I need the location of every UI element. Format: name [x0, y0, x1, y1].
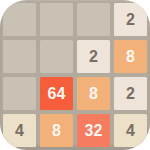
empty-cell-r1c1	[3, 3, 36, 36]
tile-32-r4c3: 32	[77, 114, 110, 147]
tile-2-r2c3: 2	[77, 40, 110, 73]
tile-4-r4c1: 4	[3, 114, 36, 147]
tile-8-r4c2: 8	[40, 114, 73, 147]
tile-8-r3c3: 8	[77, 77, 110, 110]
empty-cell-r2c1	[3, 40, 36, 73]
2048-app-icon[interactable]: 2 2 8 64 8 2 4 8 32 4	[0, 0, 150, 150]
empty-cell-r2c2	[40, 40, 73, 73]
tile-8-r2c4: 8	[114, 40, 147, 73]
empty-cell-r1c3	[77, 3, 110, 36]
tile-2-r1c4: 2	[114, 3, 147, 36]
tile-64-r3c2: 64	[40, 77, 73, 110]
tile-2-r3c4: 2	[114, 77, 147, 110]
tile-4-r4c4: 4	[114, 114, 147, 147]
empty-cell-r3c1	[3, 77, 36, 110]
empty-cell-r1c2	[40, 3, 73, 36]
2048-board[interactable]: 2 2 8 64 8 2 4 8 32 4	[0, 0, 150, 150]
